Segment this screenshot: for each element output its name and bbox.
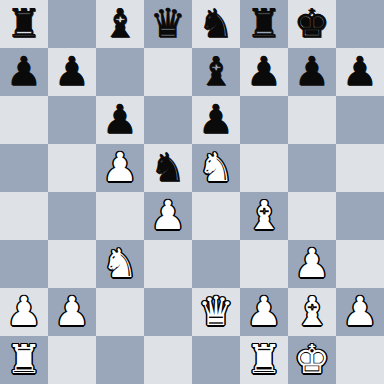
square-g2[interactable]: ♝ (288, 288, 336, 336)
square-h5[interactable] (336, 144, 384, 192)
square-a8[interactable]: ♜ (0, 0, 48, 48)
square-f4[interactable]: ♝ (240, 192, 288, 240)
piece-white-rook: ♜ (6, 335, 42, 383)
piece-white-bishop: ♝ (246, 191, 282, 239)
piece-black-pawn: ♟ (294, 47, 330, 95)
piece-black-rook: ♜ (246, 0, 282, 47)
square-d6[interactable] (144, 96, 192, 144)
piece-black-queen: ♛ (150, 0, 186, 47)
square-h3[interactable] (336, 240, 384, 288)
square-g7[interactable]: ♟ (288, 48, 336, 96)
square-b2[interactable]: ♟ (48, 288, 96, 336)
square-c2[interactable] (96, 288, 144, 336)
square-f8[interactable]: ♜ (240, 0, 288, 48)
square-f7[interactable]: ♟ (240, 48, 288, 96)
square-f3[interactable] (240, 240, 288, 288)
piece-white-pawn: ♟ (6, 287, 42, 335)
square-h6[interactable] (336, 96, 384, 144)
square-h1[interactable] (336, 336, 384, 384)
square-e1[interactable] (192, 336, 240, 384)
piece-black-pawn: ♟ (102, 95, 138, 143)
square-d1[interactable] (144, 336, 192, 384)
square-f6[interactable] (240, 96, 288, 144)
square-c1[interactable] (96, 336, 144, 384)
piece-white-knight: ♞ (102, 239, 138, 287)
square-g5[interactable] (288, 144, 336, 192)
piece-white-pawn: ♟ (102, 143, 138, 191)
square-a5[interactable] (0, 144, 48, 192)
square-c6[interactable]: ♟ (96, 96, 144, 144)
square-c7[interactable] (96, 48, 144, 96)
square-a2[interactable]: ♟ (0, 288, 48, 336)
square-g6[interactable] (288, 96, 336, 144)
piece-black-pawn: ♟ (342, 47, 378, 95)
square-h4[interactable] (336, 192, 384, 240)
square-e2[interactable]: ♛ (192, 288, 240, 336)
square-g4[interactable] (288, 192, 336, 240)
square-f1[interactable]: ♜ (240, 336, 288, 384)
square-e4[interactable] (192, 192, 240, 240)
square-b1[interactable] (48, 336, 96, 384)
square-b6[interactable] (48, 96, 96, 144)
square-d8[interactable]: ♛ (144, 0, 192, 48)
piece-white-rook: ♜ (246, 335, 282, 383)
square-e3[interactable] (192, 240, 240, 288)
piece-black-king: ♚ (294, 0, 330, 47)
square-h8[interactable] (336, 0, 384, 48)
piece-white-knight: ♞ (198, 143, 234, 191)
square-b4[interactable] (48, 192, 96, 240)
square-g8[interactable]: ♚ (288, 0, 336, 48)
piece-black-pawn: ♟ (198, 95, 234, 143)
piece-black-rook: ♜ (6, 0, 42, 47)
square-c4[interactable] (96, 192, 144, 240)
square-a6[interactable] (0, 96, 48, 144)
square-g1[interactable]: ♚ (288, 336, 336, 384)
square-b8[interactable] (48, 0, 96, 48)
square-h7[interactable]: ♟ (336, 48, 384, 96)
square-d2[interactable] (144, 288, 192, 336)
square-h2[interactable]: ♟ (336, 288, 384, 336)
piece-white-pawn: ♟ (246, 287, 282, 335)
piece-white-bishop: ♝ (294, 287, 330, 335)
square-b5[interactable] (48, 144, 96, 192)
square-d7[interactable] (144, 48, 192, 96)
piece-black-knight: ♞ (150, 143, 186, 191)
square-b7[interactable]: ♟ (48, 48, 96, 96)
square-d4[interactable]: ♟ (144, 192, 192, 240)
piece-white-pawn: ♟ (150, 191, 186, 239)
square-a3[interactable] (0, 240, 48, 288)
piece-black-knight: ♞ (198, 0, 234, 47)
square-f2[interactable]: ♟ (240, 288, 288, 336)
square-e7[interactable]: ♝ (192, 48, 240, 96)
piece-white-king: ♚ (294, 335, 330, 383)
square-a7[interactable]: ♟ (0, 48, 48, 96)
piece-black-pawn: ♟ (6, 47, 42, 95)
chess-board: ♜♝♛♞♜♚♟♟♝♟♟♟♟♟♟♞♞♟♝♞♟♟♟♛♟♝♟♜♜♚ (0, 0, 384, 384)
square-a4[interactable] (0, 192, 48, 240)
square-c8[interactable]: ♝ (96, 0, 144, 48)
piece-black-bishop: ♝ (102, 0, 138, 47)
piece-white-pawn: ♟ (294, 239, 330, 287)
square-f5[interactable] (240, 144, 288, 192)
piece-black-pawn: ♟ (54, 47, 90, 95)
piece-white-pawn: ♟ (342, 287, 378, 335)
square-b3[interactable] (48, 240, 96, 288)
square-e6[interactable]: ♟ (192, 96, 240, 144)
piece-black-bishop: ♝ (198, 47, 234, 95)
square-g3[interactable]: ♟ (288, 240, 336, 288)
square-d5[interactable]: ♞ (144, 144, 192, 192)
square-e8[interactable]: ♞ (192, 0, 240, 48)
square-a1[interactable]: ♜ (0, 336, 48, 384)
piece-white-pawn: ♟ (54, 287, 90, 335)
piece-black-pawn: ♟ (246, 47, 282, 95)
square-c5[interactable]: ♟ (96, 144, 144, 192)
square-c3[interactable]: ♞ (96, 240, 144, 288)
square-e5[interactable]: ♞ (192, 144, 240, 192)
piece-white-queen: ♛ (198, 287, 234, 335)
square-d3[interactable] (144, 240, 192, 288)
